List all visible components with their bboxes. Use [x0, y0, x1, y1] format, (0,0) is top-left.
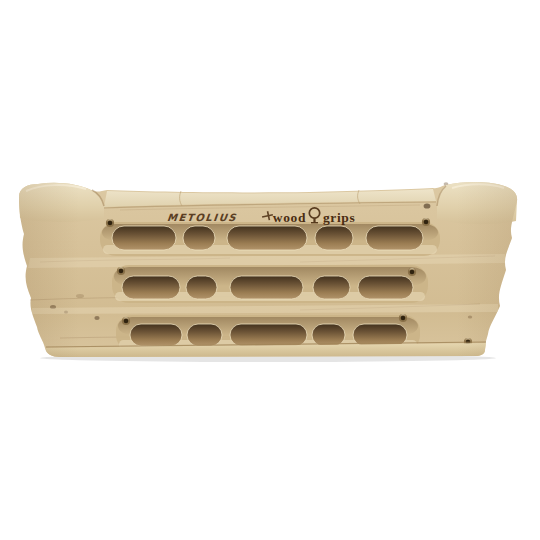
edge-shading [19, 182, 517, 357]
hangboard-illustration: METOLIUS wood grips [0, 0, 540, 540]
wood-label: wood [273, 210, 306, 225]
grips-label: grips [323, 210, 355, 225]
metolius-logo-text: METOLIUS [166, 212, 237, 223]
hangboard-product-photo: METOLIUS wood grips [0, 0, 540, 540]
